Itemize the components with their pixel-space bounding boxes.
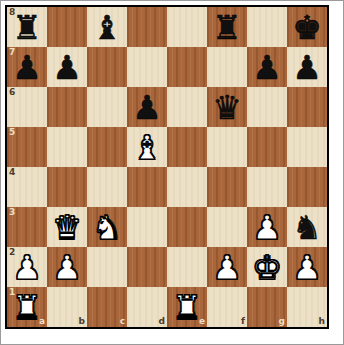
file-label-c: c (120, 317, 125, 326)
square-g3[interactable]: ♟ (247, 207, 287, 247)
square-d6[interactable]: ♟ (127, 87, 167, 127)
square-b8[interactable] (47, 7, 87, 47)
white-bishop[interactable]: ♝ (127, 127, 167, 167)
square-a3[interactable]: 3 (7, 207, 47, 247)
black-bishop[interactable]: ♝ (87, 7, 127, 47)
square-g5[interactable] (247, 127, 287, 167)
square-g4[interactable] (247, 167, 287, 207)
file-label-h: h (319, 317, 325, 326)
square-h3[interactable]: ♞ (287, 207, 327, 247)
chess-board: 8♜♝♜♚7♟♟♟♟6♟♛5♝43♛♞♟♞2♟♟♟♚♟1a♜bcde♜fgh (5, 5, 329, 329)
white-rook[interactable]: ♜ (167, 287, 207, 327)
rank-label-4: 4 (9, 168, 15, 177)
file-label-d: d (159, 317, 165, 326)
file-label-b: b (79, 317, 85, 326)
square-h4[interactable] (287, 167, 327, 207)
rank-label-5: 5 (9, 128, 15, 137)
white-king[interactable]: ♚ (247, 247, 287, 287)
square-f3[interactable] (207, 207, 247, 247)
rank-label-6: 6 (9, 88, 15, 97)
square-a1[interactable]: 1a♜ (7, 287, 47, 327)
square-e1[interactable]: e♜ (167, 287, 207, 327)
square-g6[interactable] (247, 87, 287, 127)
square-e8[interactable] (167, 7, 207, 47)
white-knight[interactable]: ♞ (87, 207, 127, 247)
square-a5[interactable]: 5 (7, 127, 47, 167)
black-queen[interactable]: ♛ (207, 87, 247, 127)
black-pawn[interactable]: ♟ (7, 47, 47, 87)
black-knight[interactable]: ♞ (287, 207, 327, 247)
square-a8[interactable]: 8♜ (7, 7, 47, 47)
file-label-f: f (241, 317, 245, 326)
square-e4[interactable] (167, 167, 207, 207)
square-d2[interactable] (127, 247, 167, 287)
square-h8[interactable]: ♚ (287, 7, 327, 47)
rank-label-3: 3 (9, 208, 15, 217)
square-a7[interactable]: 7♟ (7, 47, 47, 87)
black-pawn[interactable]: ♟ (287, 47, 327, 87)
square-g7[interactable]: ♟ (247, 47, 287, 87)
square-a4[interactable]: 4 (7, 167, 47, 207)
file-label-g: g (279, 317, 285, 326)
square-b6[interactable] (47, 87, 87, 127)
square-e2[interactable] (167, 247, 207, 287)
square-d7[interactable] (127, 47, 167, 87)
square-b4[interactable] (47, 167, 87, 207)
square-b3[interactable]: ♛ (47, 207, 87, 247)
square-d5[interactable]: ♝ (127, 127, 167, 167)
white-pawn[interactable]: ♟ (7, 247, 47, 287)
square-a2[interactable]: 2♟ (7, 247, 47, 287)
square-d1[interactable]: d (127, 287, 167, 327)
square-d4[interactable] (127, 167, 167, 207)
square-g2[interactable]: ♚ (247, 247, 287, 287)
square-c6[interactable] (87, 87, 127, 127)
square-c4[interactable] (87, 167, 127, 207)
square-e5[interactable] (167, 127, 207, 167)
square-b7[interactable]: ♟ (47, 47, 87, 87)
square-c3[interactable]: ♞ (87, 207, 127, 247)
square-e6[interactable] (167, 87, 207, 127)
square-b1[interactable]: b (47, 287, 87, 327)
square-a6[interactable]: 6 (7, 87, 47, 127)
square-f6[interactable]: ♛ (207, 87, 247, 127)
black-rook[interactable]: ♜ (207, 7, 247, 47)
white-pawn[interactable]: ♟ (47, 247, 87, 287)
square-d8[interactable] (127, 7, 167, 47)
white-queen[interactable]: ♛ (47, 207, 87, 247)
square-h2[interactable]: ♟ (287, 247, 327, 287)
square-g8[interactable] (247, 7, 287, 47)
square-c7[interactable] (87, 47, 127, 87)
square-d3[interactable] (127, 207, 167, 247)
black-pawn[interactable]: ♟ (127, 87, 167, 127)
square-c8[interactable]: ♝ (87, 7, 127, 47)
square-c1[interactable]: c (87, 287, 127, 327)
screenshot-frame: 8♜♝♜♚7♟♟♟♟6♟♛5♝43♛♞♟♞2♟♟♟♚♟1a♜bcde♜fgh (0, 0, 344, 345)
square-h5[interactable] (287, 127, 327, 167)
square-e7[interactable] (167, 47, 207, 87)
square-h7[interactable]: ♟ (287, 47, 327, 87)
black-king[interactable]: ♚ (287, 7, 327, 47)
black-rook[interactable]: ♜ (7, 7, 47, 47)
square-e3[interactable] (167, 207, 207, 247)
square-g1[interactable]: g (247, 287, 287, 327)
white-pawn[interactable]: ♟ (287, 247, 327, 287)
square-h1[interactable]: h (287, 287, 327, 327)
square-f2[interactable]: ♟ (207, 247, 247, 287)
square-b2[interactable]: ♟ (47, 247, 87, 287)
square-c5[interactable] (87, 127, 127, 167)
square-f4[interactable] (207, 167, 247, 207)
square-b5[interactable] (47, 127, 87, 167)
square-f7[interactable] (207, 47, 247, 87)
square-f5[interactable] (207, 127, 247, 167)
white-pawn[interactable]: ♟ (247, 207, 287, 247)
square-c2[interactable] (87, 247, 127, 287)
white-pawn[interactable]: ♟ (207, 247, 247, 287)
square-f8[interactable]: ♜ (207, 7, 247, 47)
black-pawn[interactable]: ♟ (247, 47, 287, 87)
square-h6[interactable] (287, 87, 327, 127)
square-f1[interactable]: f (207, 287, 247, 327)
white-rook[interactable]: ♜ (7, 287, 47, 327)
black-pawn[interactable]: ♟ (47, 47, 87, 87)
